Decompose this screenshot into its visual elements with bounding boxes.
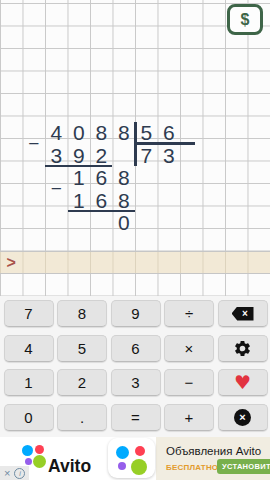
backspace-icon: × [232,307,254,321]
avito-app-icon [108,438,155,478]
key-7[interactable]: 7 [4,300,54,327]
key-5[interactable]: 5 [57,335,107,362]
division-digit: 5 [135,121,158,144]
key-4[interactable]: 4 [4,335,54,362]
key-equals[interactable]: = [111,404,161,431]
division-digit: 8 [113,189,136,212]
key-settings[interactable] [218,335,268,362]
ad-close-icon[interactable]: × [4,468,10,479]
division-digit: 3 [45,144,68,167]
ad-title: Объявления Avito [166,445,261,457]
division-digit: 8 [113,121,136,144]
keypad: 789÷×456×123−♥0.=+× [0,296,270,437]
division-digit: 9 [68,144,91,167]
division-digit: 8 [113,166,136,189]
dollar-icon: $ [241,11,250,29]
division-digit: 1 [68,189,91,212]
key-6[interactable]: 6 [111,335,161,362]
ad-install-button[interactable]: УСТАНОВИТЬ [217,459,270,474]
key-dot[interactable]: . [57,404,107,431]
division-digit: 6 [90,189,113,212]
key-8[interactable]: 8 [57,300,107,327]
division-digit: 7 [135,144,158,167]
division-digit: 4 [45,121,68,144]
division-digit: 3 [158,144,181,167]
key-9[interactable]: 9 [111,300,161,327]
minus-sign: − [45,177,68,200]
input-prompt: > [0,252,23,273]
minus-sign: − [23,132,46,155]
long-division-worksheet: 408856−39273168−1680 [0,121,270,234]
division-digit: 6 [158,121,181,144]
key-favorite[interactable]: ♥ [218,369,268,396]
app-icon-dot-blue [116,446,129,459]
key-close[interactable]: × [218,404,268,431]
avito-logo-dot-purple [25,458,32,465]
division-digit: 6 [90,166,113,189]
division-digit: 0 [113,211,136,234]
key-2[interactable]: 2 [57,369,107,396]
close-icon: × [234,409,251,426]
avito-wordmark: Avito [48,456,91,477]
division-digit: 8 [90,121,113,144]
division-digit: 1 [68,166,91,189]
app-icon-dot-red [135,446,145,456]
gear-icon [233,339,252,358]
avito-logo-dot-blue [22,445,33,456]
key-1[interactable]: 1 [4,369,54,396]
ad-info-icon[interactable]: i [14,468,25,479]
currency-button[interactable]: $ [227,4,263,35]
ad-free-badge: БЕСПЛАТНО [166,463,218,472]
ad-banner[interactable]: Avito Объявления Avito БЕСПЛАТНО УСТАНОВ… [0,437,270,480]
answer-input-row[interactable]: > [0,251,270,274]
key-minus[interactable]: − [164,369,214,396]
key-backspace[interactable]: × [218,300,268,327]
key-plus[interactable]: + [164,404,214,431]
key-0[interactable]: 0 [4,404,54,431]
avito-logo-dot-red [35,445,44,454]
avito-logo-dot-green [33,455,46,468]
division-digit: 0 [68,121,91,144]
ad-choice-bar: × i [0,466,29,480]
grid-paper: $ 408856−39273168−1680 > [0,0,270,296]
key-divide[interactable]: ÷ [164,300,214,327]
division-digit: 2 [90,144,113,167]
app-icon-dot-green [131,459,147,475]
heart-icon: ♥ [234,373,251,392]
key-3[interactable]: 3 [111,369,161,396]
key-multiply[interactable]: × [164,335,214,362]
app-screen: $ 408856−39273168−1680 > 789÷×456×123−♥0… [0,0,270,480]
app-icon-dot-purple [118,462,126,470]
